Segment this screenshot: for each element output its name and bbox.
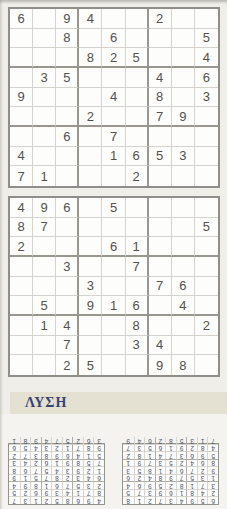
cell-r6c2: 5	[83, 459, 94, 467]
cell-r2c2: 7	[33, 218, 56, 238]
cell-r7c6	[126, 127, 149, 147]
cell-r2c8: 2	[20, 489, 31, 497]
cell-r8c4	[79, 336, 102, 356]
cell-r8c6: 6	[155, 444, 166, 452]
cell-r6c9: 1	[123, 459, 134, 467]
solution-heading-strip: ΛΥΣΗ	[10, 392, 227, 414]
cell-r2c6: 9	[155, 489, 166, 497]
cell-r2c1: 8	[10, 218, 33, 238]
cell-r7c6: 4	[155, 452, 166, 460]
cell-r8c8	[172, 336, 195, 356]
cell-r7c9: 2	[9, 452, 20, 460]
cell-r9c3: 3	[186, 438, 197, 445]
solution-heading: ΛΥΣΗ	[10, 395, 67, 411]
cell-r5c4	[79, 88, 102, 108]
cell-r6c3: 4	[186, 459, 197, 467]
cell-r4c3: 3	[56, 257, 79, 277]
cell-r4c8	[172, 68, 195, 88]
cell-r9c1	[10, 355, 33, 375]
cell-r3c9: 4	[195, 48, 218, 68]
cell-r3c7	[149, 237, 172, 257]
cell-r6c6: 3	[155, 459, 166, 467]
cell-r9c8: 4	[134, 438, 145, 445]
cell-r6c2	[33, 107, 56, 127]
cell-r8c9: 7	[123, 444, 134, 452]
newspaper-sudoku-page: 69428658254354694832796741653712 4965875…	[0, 0, 227, 509]
cell-r3c2: 3	[83, 482, 94, 490]
cell-r7c7	[149, 127, 172, 147]
cell-r1c5	[102, 9, 125, 29]
cell-r5c6: 1	[155, 467, 166, 475]
cell-r3c8: 9	[20, 482, 31, 490]
cell-r2c8: 7	[134, 489, 145, 497]
cell-r1c2	[33, 9, 56, 29]
cell-r1c3: 6	[56, 198, 79, 218]
cell-r8c2	[33, 147, 56, 167]
cell-r1c7	[149, 198, 172, 218]
cell-r4c5	[102, 68, 125, 88]
cell-r6c6: 6	[41, 459, 52, 467]
cell-r7c5: 7	[102, 127, 125, 147]
cell-r9c4: 5	[176, 438, 187, 445]
cell-r3c5: 6	[102, 237, 125, 257]
cell-r1c6	[126, 198, 149, 218]
cell-r8c1	[10, 336, 33, 356]
cell-r9c5: 7	[51, 438, 62, 445]
cell-r1c4	[79, 198, 102, 218]
cell-r2c5: 6	[165, 489, 176, 497]
cell-r1c5: 5	[102, 198, 125, 218]
cell-r2c3: 8	[56, 29, 79, 49]
cell-r8c5: 2	[51, 444, 62, 452]
cell-r4c5: 9	[165, 474, 176, 482]
cell-r4c7: 4	[149, 68, 172, 88]
cell-r1c6	[126, 9, 149, 29]
cell-r4c8	[172, 257, 195, 277]
cell-r1c5: 3	[165, 497, 176, 505]
cell-r5c6: 5	[41, 467, 52, 475]
cell-r6c7	[149, 296, 172, 316]
cell-r8c3: 7	[72, 444, 83, 452]
cell-r1c7: 2	[144, 497, 155, 505]
cell-r3c3	[56, 48, 79, 68]
cell-r8c5	[102, 336, 125, 356]
cell-r4c6: 7	[126, 257, 149, 277]
cell-r2c3	[56, 218, 79, 238]
cell-r9c8: 8	[20, 438, 31, 445]
solution-grid-top-puzzle-rotated-180: 6594372182481693753718259641357984269276…	[122, 443, 219, 505]
cell-r5c9	[195, 277, 218, 297]
cell-r4c2	[33, 257, 56, 277]
cell-r9c6: 2	[126, 166, 149, 186]
cell-r7c1	[10, 127, 33, 147]
cell-r9c5	[102, 355, 125, 375]
cell-r6c8: 9	[134, 459, 145, 467]
cell-r4c2: 4	[83, 474, 94, 482]
cell-r1c2: 9	[33, 198, 56, 218]
cell-r5c1: 9	[207, 467, 218, 475]
cell-r7c8	[172, 127, 195, 147]
cell-r7c1: 5	[93, 452, 104, 460]
cell-r5c3	[56, 88, 79, 108]
cell-r9c6: 2	[155, 438, 166, 445]
cell-r9c8: 8	[172, 355, 195, 375]
cell-r3c2	[33, 237, 56, 257]
cell-r2c2	[33, 29, 56, 49]
cell-r8c3	[56, 147, 79, 167]
cell-r8c1: 4	[10, 147, 33, 167]
cell-r8c4: 9	[176, 444, 187, 452]
cell-r7c3: 6	[186, 452, 197, 460]
cell-r6c8: 4	[172, 296, 195, 316]
cell-r7c4: 3	[176, 452, 187, 460]
cell-r5c5	[102, 277, 125, 297]
cell-r3c8	[172, 237, 195, 257]
cell-r7c7	[149, 316, 172, 336]
cell-r8c2: 8	[83, 444, 94, 452]
cell-r4c5: 8	[51, 474, 62, 482]
cell-r3c4: 7	[62, 482, 73, 490]
cell-r9c3: 2	[56, 355, 79, 375]
cell-r6c3: 8	[72, 459, 83, 467]
cell-r9c1: 7	[10, 166, 33, 186]
cell-r6c7: 2	[30, 459, 41, 467]
cell-r5c7: 7	[30, 467, 41, 475]
cell-r1c8	[172, 198, 195, 218]
cell-r7c9: 2	[123, 452, 134, 460]
cell-r8c4	[79, 147, 102, 167]
cell-r8c2: 8	[197, 444, 208, 452]
cell-r2c7	[149, 218, 172, 238]
cell-r6c1: 7	[93, 459, 104, 467]
cell-r2c5: 3	[51, 489, 62, 497]
cell-r5c2	[33, 277, 56, 297]
cell-r5c8: 6	[172, 277, 195, 297]
cell-r9c1: 3	[93, 438, 104, 445]
cell-r4c4: 2	[62, 474, 73, 482]
cell-r7c5	[102, 316, 125, 336]
cell-r3c9: 4	[123, 482, 134, 490]
cell-r3c7	[149, 48, 172, 68]
cell-r2c4	[79, 218, 102, 238]
cell-r1c8: 1	[134, 497, 145, 505]
cell-r6c4: 2	[79, 107, 102, 127]
cell-r1c1: 6	[10, 9, 33, 29]
cell-r3c6: 1	[41, 482, 52, 490]
cell-r4c6: 7	[41, 474, 52, 482]
cell-r5c6	[126, 277, 149, 297]
cell-r1c7: 2	[149, 9, 172, 29]
cell-r6c1	[10, 107, 33, 127]
cell-r6c6	[126, 107, 149, 127]
cell-r7c4	[79, 316, 102, 336]
cell-r3c3: 5	[72, 482, 83, 490]
cell-r2c7	[149, 29, 172, 49]
cell-r1c4: 8	[62, 497, 73, 505]
cell-r8c6: 3	[41, 444, 52, 452]
cell-r6c4: 9	[79, 296, 102, 316]
cell-r5c6	[126, 88, 149, 108]
cell-r1c3: 9	[186, 497, 197, 505]
cell-r6c5: 5	[165, 459, 176, 467]
cell-r5c4: 3	[79, 277, 102, 297]
cell-r1c3: 6	[72, 497, 83, 505]
cell-r5c2: 2	[83, 467, 94, 475]
cell-r4c9	[195, 257, 218, 277]
cell-r6c1	[10, 296, 33, 316]
cell-r3c1	[10, 48, 33, 68]
cell-r1c6: 2	[41, 497, 52, 505]
cell-r2c9: 5	[123, 489, 134, 497]
cell-r6c7: 7	[149, 107, 172, 127]
cell-r8c6: 3	[126, 336, 149, 356]
cell-r5c3: 9	[72, 467, 83, 475]
cell-r5c2	[33, 88, 56, 108]
cell-r4c1: 1	[207, 474, 218, 482]
cell-r2c4	[79, 29, 102, 49]
cell-r7c6: 8	[126, 316, 149, 336]
cell-r1c9	[195, 9, 218, 29]
cell-r6c3	[56, 107, 79, 127]
cell-r5c7: 7	[149, 277, 172, 297]
cell-r9c9	[195, 355, 218, 375]
cell-r4c7	[149, 257, 172, 277]
cell-r7c9	[195, 127, 218, 147]
cell-r9c9: 9	[123, 438, 134, 445]
cell-r6c7: 7	[144, 459, 155, 467]
cell-r4c1: 6	[93, 474, 104, 482]
cell-r5c5: 4	[102, 88, 125, 108]
solution-grid-bottom-puzzle-rotated-180: 4968521378714396252357618946432875191293…	[8, 443, 105, 505]
cell-r4c7: 5	[30, 474, 41, 482]
cell-r9c6: 4	[41, 438, 52, 445]
cell-r7c8: 7	[20, 452, 31, 460]
sudoku-grid-bottom-puzzle: 4965875261373765916414827342598	[8, 196, 220, 377]
cell-r6c8: 9	[172, 107, 195, 127]
cell-r4c4	[79, 68, 102, 88]
cell-r9c7: 9	[30, 438, 41, 445]
cell-r1c1: 4	[10, 198, 33, 218]
cell-r4c5	[102, 257, 125, 277]
cell-r7c5: 7	[165, 452, 176, 460]
cell-r4c9: 6	[195, 68, 218, 88]
cell-r6c4: 9	[62, 459, 73, 467]
cell-r6c8: 4	[20, 459, 31, 467]
cell-r1c2: 5	[197, 497, 208, 505]
cell-r8c1: 4	[207, 444, 218, 452]
page-left-edge-shadow	[0, 0, 3, 509]
cell-r8c8: 3	[134, 444, 145, 452]
cell-r8c7: 4	[30, 444, 41, 452]
cell-r7c2	[33, 127, 56, 147]
cell-r5c5: 4	[51, 467, 62, 475]
cell-r5c9: 3	[123, 467, 134, 475]
cell-r1c2: 9	[83, 497, 94, 505]
cell-r1c7: 1	[30, 497, 41, 505]
cell-r3c4	[79, 237, 102, 257]
cell-r3c6: 1	[126, 237, 149, 257]
cell-r4c4	[79, 257, 102, 277]
cell-r6c9	[195, 296, 218, 316]
cell-r8c7: 5	[149, 147, 172, 167]
cell-r6c1: 8	[207, 459, 218, 467]
cell-r2c9: 5	[195, 218, 218, 238]
cell-r3c6: 5	[155, 482, 166, 490]
cell-r8c9: 6	[9, 444, 20, 452]
cell-r7c8	[172, 316, 195, 336]
cell-r3c5: 2	[165, 482, 176, 490]
cell-r4c3: 3	[72, 474, 83, 482]
cell-r4c8: 2	[134, 474, 145, 482]
cell-r2c9: 5	[9, 489, 20, 497]
cell-r3c7: 8	[30, 482, 41, 490]
cell-r7c5: 9	[51, 452, 62, 460]
cell-r9c7: 6	[144, 438, 155, 445]
cell-r5c9: 3	[195, 88, 218, 108]
cell-r2c1: 2	[207, 489, 218, 497]
cell-r9c2: 6	[83, 438, 94, 445]
cell-r3c8: 6	[134, 482, 145, 490]
cell-r4c6: 8	[155, 474, 166, 482]
cell-r8c2	[33, 336, 56, 356]
cell-r8c8: 5	[20, 444, 31, 452]
cell-r7c2: 9	[197, 452, 208, 460]
cell-r4c3: 5	[56, 68, 79, 88]
cell-r7c2: 1	[83, 452, 94, 460]
cell-r3c5: 2	[102, 48, 125, 68]
cell-r8c3: 2	[186, 444, 197, 452]
cell-r8c7: 5	[144, 444, 155, 452]
cell-r4c2: 3	[33, 68, 56, 88]
cell-r7c3: 4	[56, 316, 79, 336]
cell-r5c3: 7	[186, 467, 197, 475]
cell-r4c4: 7	[176, 474, 187, 482]
cell-r5c7: 8	[149, 88, 172, 108]
cell-r3c3: 1	[186, 482, 197, 490]
cell-r9c9	[195, 166, 218, 186]
cell-r6c9: 3	[9, 459, 20, 467]
cell-r6c9	[195, 107, 218, 127]
cell-r6c6: 6	[126, 296, 149, 316]
cell-r2c6	[126, 29, 149, 49]
cell-r2c3: 1	[72, 489, 83, 497]
cell-r9c7	[149, 166, 172, 186]
cell-r3c8	[172, 48, 195, 68]
cell-r5c1	[10, 277, 33, 297]
cell-r1c1: 4	[93, 497, 104, 505]
cell-r5c1: 1	[93, 467, 104, 475]
cell-r2c4: 4	[62, 489, 73, 497]
cell-r1c5: 5	[51, 497, 62, 505]
cell-r4c9: 9	[9, 474, 20, 482]
cell-r4c2: 3	[197, 474, 208, 482]
cell-r7c2: 1	[33, 316, 56, 336]
page-top-edge-shadow	[0, 0, 227, 4]
cell-r3c6: 5	[126, 48, 149, 68]
cell-r9c6	[126, 355, 149, 375]
cell-r4c7: 4	[144, 474, 155, 482]
cell-r3c1: 2	[93, 482, 104, 490]
cell-r7c7: 3	[30, 452, 41, 460]
cell-r8c4: 1	[62, 444, 73, 452]
cell-r5c5: 4	[165, 467, 176, 475]
cell-r6c2: 5	[33, 296, 56, 316]
cell-r9c3: 2	[72, 438, 83, 445]
cell-r8c9	[195, 147, 218, 167]
cell-r9c2	[33, 355, 56, 375]
cell-r5c3	[56, 277, 79, 297]
cell-r1c9	[195, 198, 218, 218]
cell-r2c7: 3	[144, 489, 155, 497]
cell-r7c7: 1	[144, 452, 155, 460]
cell-r9c5	[102, 166, 125, 186]
cell-r2c3: 8	[186, 489, 197, 497]
cell-r7c9: 2	[195, 316, 218, 336]
cell-r9c9: 1	[9, 438, 20, 445]
cell-r6c5	[102, 107, 125, 127]
cell-r9c7: 9	[149, 355, 172, 375]
cell-r3c4: 8	[176, 482, 187, 490]
cell-r2c7: 6	[30, 489, 41, 497]
sudoku-grid-top-puzzle: 69428658254354694832796741653712	[8, 7, 220, 188]
cell-r5c4: 6	[176, 467, 187, 475]
cell-r4c1	[10, 68, 33, 88]
cell-r3c1: 2	[10, 237, 33, 257]
cell-r2c5	[102, 218, 125, 238]
cell-r2c8	[172, 29, 195, 49]
cell-r3c5: 6	[51, 482, 62, 490]
cell-r3c2: 7	[197, 482, 208, 490]
cell-r5c9: 8	[9, 467, 20, 475]
cell-r4c1	[10, 257, 33, 277]
cell-r3c2	[33, 48, 56, 68]
cell-r5c8: 5	[134, 467, 145, 475]
cell-r2c2: 7	[83, 489, 94, 497]
cell-r4c9: 6	[123, 474, 134, 482]
cell-r3c4: 8	[79, 48, 102, 68]
cell-r8c5: 1	[102, 147, 125, 167]
cell-r9c8	[172, 166, 195, 186]
cell-r5c1: 9	[10, 88, 33, 108]
cell-r9c4	[79, 166, 102, 186]
cell-r7c1: 5	[207, 452, 218, 460]
cell-r3c1: 3	[207, 482, 218, 490]
cell-r9c3	[56, 166, 79, 186]
cell-r1c1: 6	[207, 497, 218, 505]
cell-r8c8: 3	[172, 147, 195, 167]
cell-r8c9	[195, 336, 218, 356]
cell-r7c3: 6	[56, 127, 79, 147]
cell-r2c6	[126, 218, 149, 238]
cell-r6c5: 1	[102, 296, 125, 316]
cell-r8c3: 7	[56, 336, 79, 356]
cell-r6c5: 1	[51, 459, 62, 467]
cell-r2c2: 4	[197, 489, 208, 497]
cell-r1c4: 4	[176, 497, 187, 505]
cell-r3c9: 4	[9, 482, 20, 490]
cell-r7c8: 8	[134, 452, 145, 460]
cell-r9c4: 5	[79, 355, 102, 375]
cell-r2c5: 6	[102, 29, 125, 49]
cell-r2c4: 1	[176, 489, 187, 497]
cell-r7c3: 4	[72, 452, 83, 460]
cell-r1c8: 3	[20, 497, 31, 505]
cell-r3c7: 9	[144, 482, 155, 490]
cell-r8c6: 6	[126, 147, 149, 167]
cell-r7c4	[79, 127, 102, 147]
cell-r9c4: 5	[62, 438, 73, 445]
cell-r9c1: 7	[207, 438, 218, 445]
